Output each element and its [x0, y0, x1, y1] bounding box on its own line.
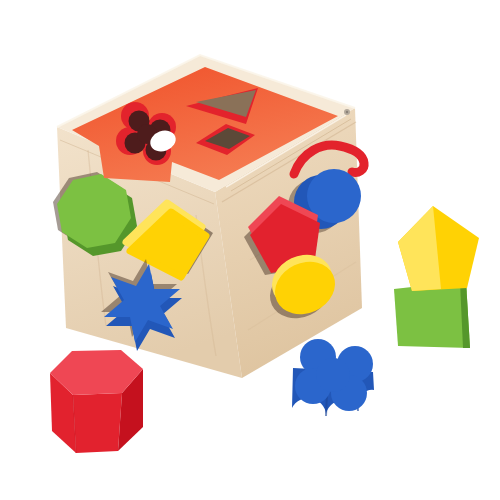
- shape-sorter-scene: [0, 0, 500, 500]
- blue-flower-top-center: [316, 358, 350, 392]
- green-cube-face: [394, 281, 470, 348]
- red-hexagon-side-front: [73, 393, 122, 453]
- product-photo: [0, 0, 500, 500]
- blue-flower-top: [295, 339, 373, 411]
- screw-icon-center: [346, 111, 348, 113]
- green-cube-block: [394, 281, 470, 348]
- red-hexagon-block: [50, 350, 143, 453]
